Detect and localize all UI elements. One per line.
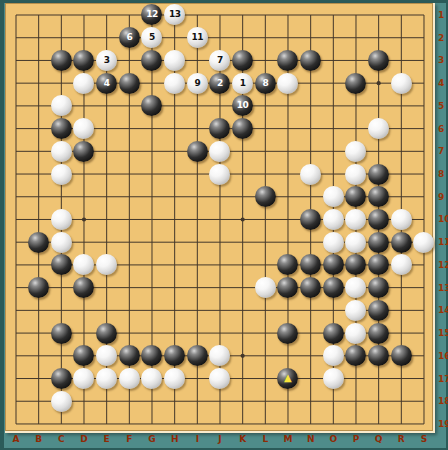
intersection[interactable] — [73, 4, 96, 27]
intersection[interactable] — [209, 185, 232, 208]
intersection[interactable] — [141, 390, 164, 413]
intersection[interactable] — [322, 276, 345, 299]
intersection[interactable] — [277, 4, 300, 27]
intersection[interactable] — [95, 322, 118, 345]
intersection[interactable] — [209, 117, 232, 140]
intersection[interactable] — [367, 299, 390, 322]
intersection[interactable] — [95, 367, 118, 390]
intersection[interactable] — [413, 322, 436, 345]
intersection[interactable] — [5, 299, 28, 322]
intersection[interactable] — [390, 140, 413, 163]
intersection[interactable] — [254, 208, 277, 231]
intersection[interactable] — [231, 367, 254, 390]
intersection[interactable] — [73, 344, 96, 367]
intersection[interactable] — [95, 163, 118, 186]
intersection[interactable] — [277, 299, 300, 322]
intersection[interactable] — [367, 276, 390, 299]
intersection[interactable] — [141, 72, 164, 95]
intersection[interactable] — [95, 299, 118, 322]
intersection[interactable] — [209, 163, 232, 186]
intersection[interactable] — [390, 276, 413, 299]
intersection[interactable] — [209, 254, 232, 277]
intersection[interactable] — [27, 413, 50, 436]
intersection[interactable] — [141, 163, 164, 186]
intersection[interactable] — [163, 254, 186, 277]
intersection[interactable] — [254, 413, 277, 436]
intersection[interactable] — [27, 299, 50, 322]
intersection[interactable] — [322, 140, 345, 163]
intersection[interactable] — [299, 163, 322, 186]
intersection[interactable] — [163, 322, 186, 345]
intersection[interactable] — [73, 26, 96, 49]
intersection[interactable] — [299, 276, 322, 299]
intersection[interactable] — [345, 49, 368, 72]
intersection[interactable] — [277, 413, 300, 436]
intersection[interactable] — [5, 413, 28, 436]
intersection[interactable] — [27, 322, 50, 345]
intersection[interactable] — [163, 26, 186, 49]
intersection[interactable] — [27, 367, 50, 390]
intersection[interactable] — [95, 413, 118, 436]
intersection[interactable] — [231, 140, 254, 163]
intersection[interactable] — [27, 390, 50, 413]
intersection[interactable] — [118, 322, 141, 345]
intersection[interactable] — [95, 231, 118, 254]
intersection[interactable] — [322, 367, 345, 390]
intersection[interactable] — [345, 208, 368, 231]
intersection[interactable] — [186, 4, 209, 27]
intersection[interactable] — [186, 390, 209, 413]
intersection[interactable] — [95, 344, 118, 367]
intersection[interactable] — [299, 140, 322, 163]
intersection[interactable] — [209, 4, 232, 27]
intersection[interactable] — [209, 390, 232, 413]
intersection[interactable] — [254, 4, 277, 27]
intersection[interactable] — [50, 344, 73, 367]
intersection[interactable] — [231, 49, 254, 72]
intersection[interactable] — [413, 390, 436, 413]
intersection[interactable] — [367, 72, 390, 95]
intersection[interactable] — [299, 185, 322, 208]
intersection[interactable] — [95, 390, 118, 413]
intersection[interactable] — [209, 140, 232, 163]
intersection[interactable] — [5, 140, 28, 163]
intersection[interactable] — [322, 163, 345, 186]
intersection[interactable] — [367, 140, 390, 163]
intersection[interactable] — [322, 72, 345, 95]
intersection[interactable] — [186, 117, 209, 140]
intersection[interactable] — [186, 163, 209, 186]
intersection[interactable] — [413, 231, 436, 254]
intersection[interactable]: 2 — [209, 72, 232, 95]
intersection[interactable] — [27, 185, 50, 208]
intersection[interactable] — [27, 140, 50, 163]
intersection[interactable] — [367, 344, 390, 367]
intersection[interactable] — [413, 49, 436, 72]
intersection[interactable]: 13 — [163, 4, 186, 27]
intersection[interactable]: 1 — [231, 72, 254, 95]
intersection[interactable] — [163, 208, 186, 231]
intersection[interactable] — [413, 208, 436, 231]
intersection[interactable] — [299, 49, 322, 72]
intersection[interactable] — [299, 4, 322, 27]
intersection[interactable] — [345, 367, 368, 390]
intersection[interactable] — [118, 208, 141, 231]
intersection[interactable] — [186, 299, 209, 322]
intersection[interactable] — [390, 26, 413, 49]
intersection[interactable] — [254, 163, 277, 186]
intersection[interactable] — [5, 185, 28, 208]
intersection[interactable] — [95, 276, 118, 299]
intersection[interactable] — [73, 72, 96, 95]
intersection[interactable] — [299, 26, 322, 49]
intersection[interactable] — [413, 299, 436, 322]
intersection[interactable] — [163, 367, 186, 390]
intersection[interactable] — [186, 185, 209, 208]
intersection[interactable] — [413, 117, 436, 140]
intersection[interactable] — [95, 185, 118, 208]
intersection[interactable] — [413, 26, 436, 49]
intersection[interactable] — [231, 4, 254, 27]
intersection[interactable] — [390, 117, 413, 140]
intersection[interactable] — [27, 231, 50, 254]
intersection[interactable] — [390, 185, 413, 208]
intersection[interactable] — [231, 390, 254, 413]
intersection[interactable] — [390, 208, 413, 231]
intersection[interactable] — [322, 95, 345, 118]
intersection[interactable] — [254, 276, 277, 299]
intersection[interactable] — [322, 299, 345, 322]
intersection[interactable] — [73, 185, 96, 208]
intersection[interactable] — [254, 185, 277, 208]
intersection[interactable] — [141, 344, 164, 367]
intersection[interactable] — [209, 231, 232, 254]
intersection[interactable] — [277, 72, 300, 95]
intersection[interactable] — [231, 163, 254, 186]
intersection[interactable] — [367, 413, 390, 436]
intersection[interactable] — [163, 231, 186, 254]
intersection[interactable] — [5, 49, 28, 72]
intersection[interactable] — [254, 299, 277, 322]
intersection[interactable] — [231, 322, 254, 345]
intersection[interactable]: 12 — [141, 4, 164, 27]
intersection[interactable] — [413, 4, 436, 27]
intersection[interactable] — [345, 231, 368, 254]
intersection[interactable] — [5, 276, 28, 299]
intersection[interactable] — [322, 322, 345, 345]
intersection[interactable] — [118, 299, 141, 322]
intersection[interactable] — [254, 140, 277, 163]
intersection[interactable] — [367, 231, 390, 254]
intersection[interactable] — [163, 344, 186, 367]
intersection[interactable] — [367, 26, 390, 49]
intersection[interactable] — [186, 140, 209, 163]
intersection[interactable] — [163, 163, 186, 186]
intersection[interactable] — [5, 117, 28, 140]
intersection[interactable] — [209, 367, 232, 390]
intersection[interactable] — [163, 413, 186, 436]
intersection[interactable] — [163, 117, 186, 140]
intersection[interactable] — [231, 26, 254, 49]
intersection[interactable] — [413, 185, 436, 208]
intersection[interactable] — [277, 322, 300, 345]
intersection[interactable] — [73, 231, 96, 254]
intersection[interactable] — [390, 322, 413, 345]
intersection[interactable] — [186, 208, 209, 231]
intersection[interactable] — [413, 254, 436, 277]
intersection[interactable] — [163, 276, 186, 299]
intersection[interactable] — [390, 231, 413, 254]
intersection[interactable] — [141, 299, 164, 322]
intersection[interactable] — [413, 276, 436, 299]
intersection[interactable] — [163, 140, 186, 163]
intersection[interactable] — [186, 322, 209, 345]
intersection[interactable] — [367, 117, 390, 140]
intersection[interactable] — [50, 4, 73, 27]
intersection[interactable] — [254, 367, 277, 390]
intersection[interactable] — [231, 231, 254, 254]
intersection[interactable] — [231, 276, 254, 299]
intersection[interactable] — [367, 322, 390, 345]
intersection[interactable] — [163, 95, 186, 118]
intersection[interactable] — [50, 254, 73, 277]
intersection[interactable] — [118, 254, 141, 277]
intersection[interactable] — [73, 322, 96, 345]
intersection[interactable] — [95, 117, 118, 140]
intersection[interactable] — [413, 163, 436, 186]
intersection[interactable] — [27, 95, 50, 118]
intersection[interactable] — [277, 185, 300, 208]
intersection[interactable] — [413, 367, 436, 390]
intersection[interactable] — [254, 49, 277, 72]
intersection[interactable] — [186, 49, 209, 72]
intersection[interactable] — [413, 344, 436, 367]
intersection[interactable] — [322, 4, 345, 27]
intersection[interactable] — [73, 208, 96, 231]
intersection[interactable] — [254, 322, 277, 345]
intersection[interactable] — [390, 72, 413, 95]
intersection[interactable] — [322, 254, 345, 277]
intersection[interactable] — [231, 299, 254, 322]
intersection[interactable] — [231, 344, 254, 367]
intersection[interactable] — [413, 140, 436, 163]
intersection[interactable] — [345, 344, 368, 367]
intersection[interactable] — [345, 117, 368, 140]
intersection[interactable] — [27, 254, 50, 277]
intersection[interactable] — [95, 95, 118, 118]
intersection[interactable] — [118, 49, 141, 72]
intersection[interactable] — [50, 95, 73, 118]
intersection[interactable] — [209, 299, 232, 322]
intersection[interactable] — [141, 95, 164, 118]
intersection[interactable] — [27, 72, 50, 95]
intersection[interactable] — [345, 390, 368, 413]
intersection[interactable] — [5, 390, 28, 413]
intersection[interactable]: 11 — [186, 26, 209, 49]
intersection[interactable] — [209, 413, 232, 436]
intersection[interactable] — [27, 276, 50, 299]
intersection[interactable] — [50, 72, 73, 95]
intersection[interactable] — [299, 231, 322, 254]
intersection[interactable] — [299, 254, 322, 277]
intersection[interactable] — [345, 4, 368, 27]
intersection[interactable]: 7 — [209, 49, 232, 72]
intersection[interactable] — [186, 276, 209, 299]
intersection[interactable] — [118, 163, 141, 186]
intersection[interactable] — [186, 367, 209, 390]
intersection[interactable]: 4 — [95, 72, 118, 95]
intersection[interactable] — [345, 276, 368, 299]
intersection[interactable] — [5, 322, 28, 345]
intersection[interactable] — [141, 140, 164, 163]
intersection[interactable] — [254, 26, 277, 49]
intersection[interactable] — [95, 26, 118, 49]
intersection[interactable] — [73, 254, 96, 277]
intersection[interactable] — [254, 344, 277, 367]
intersection[interactable] — [50, 390, 73, 413]
intersection[interactable] — [322, 413, 345, 436]
intersection[interactable] — [50, 185, 73, 208]
intersection[interactable] — [73, 367, 96, 390]
intersection[interactable] — [73, 95, 96, 118]
intersection[interactable] — [50, 231, 73, 254]
intersection[interactable] — [5, 4, 28, 27]
intersection[interactable] — [322, 26, 345, 49]
intersection[interactable]: 9 — [186, 72, 209, 95]
intersection[interactable] — [141, 117, 164, 140]
intersection[interactable] — [5, 26, 28, 49]
intersection[interactable] — [390, 299, 413, 322]
intersection[interactable] — [277, 49, 300, 72]
intersection[interactable] — [277, 117, 300, 140]
intersection[interactable] — [163, 299, 186, 322]
intersection[interactable] — [50, 413, 73, 436]
intersection[interactable] — [118, 231, 141, 254]
intersection[interactable] — [163, 49, 186, 72]
intersection[interactable] — [299, 413, 322, 436]
intersection[interactable] — [186, 344, 209, 367]
intersection[interactable] — [50, 49, 73, 72]
intersection[interactable] — [141, 208, 164, 231]
intersection[interactable] — [345, 254, 368, 277]
intersection[interactable] — [50, 208, 73, 231]
intersection[interactable] — [118, 4, 141, 27]
intersection[interactable] — [277, 26, 300, 49]
intersection[interactable] — [141, 276, 164, 299]
intersection[interactable] — [413, 95, 436, 118]
intersection[interactable] — [95, 4, 118, 27]
intersection[interactable] — [118, 185, 141, 208]
intersection[interactable] — [277, 140, 300, 163]
intersection[interactable] — [27, 4, 50, 27]
intersection[interactable] — [390, 4, 413, 27]
intersection[interactable] — [118, 367, 141, 390]
intersection[interactable] — [118, 276, 141, 299]
intersection[interactable] — [5, 208, 28, 231]
intersection[interactable] — [345, 163, 368, 186]
intersection[interactable] — [141, 49, 164, 72]
intersection[interactable]: 10 — [231, 95, 254, 118]
intersection[interactable] — [231, 254, 254, 277]
intersection[interactable] — [299, 95, 322, 118]
intersection[interactable] — [299, 390, 322, 413]
intersection[interactable] — [345, 299, 368, 322]
intersection[interactable] — [50, 163, 73, 186]
intersection[interactable]: 6 — [118, 26, 141, 49]
intersection[interactable] — [27, 208, 50, 231]
intersection[interactable] — [73, 276, 96, 299]
intersection[interactable] — [209, 26, 232, 49]
intersection[interactable] — [141, 254, 164, 277]
intersection[interactable] — [50, 299, 73, 322]
intersection[interactable] — [390, 413, 413, 436]
intersection[interactable] — [345, 322, 368, 345]
intersection[interactable] — [277, 95, 300, 118]
intersection[interactable] — [141, 231, 164, 254]
intersection[interactable] — [277, 344, 300, 367]
intersection[interactable] — [390, 95, 413, 118]
intersection[interactable] — [322, 231, 345, 254]
intersection[interactable] — [277, 390, 300, 413]
intersection[interactable] — [5, 163, 28, 186]
intersection[interactable] — [413, 413, 436, 436]
intersection[interactable] — [367, 390, 390, 413]
intersection[interactable] — [367, 95, 390, 118]
intersection[interactable] — [141, 367, 164, 390]
intersection[interactable] — [5, 95, 28, 118]
intersection[interactable] — [118, 413, 141, 436]
intersection[interactable] — [27, 117, 50, 140]
intersection[interactable] — [231, 117, 254, 140]
intersection[interactable] — [73, 49, 96, 72]
intersection[interactable] — [390, 367, 413, 390]
intersection[interactable] — [141, 185, 164, 208]
intersection[interactable] — [163, 390, 186, 413]
intersection[interactable] — [163, 72, 186, 95]
intersection[interactable] — [231, 413, 254, 436]
intersection[interactable] — [345, 185, 368, 208]
intersection[interactable] — [367, 185, 390, 208]
intersection[interactable] — [322, 208, 345, 231]
intersection[interactable] — [254, 254, 277, 277]
intersection[interactable] — [322, 344, 345, 367]
intersection[interactable] — [322, 390, 345, 413]
intersection[interactable] — [118, 72, 141, 95]
intersection[interactable] — [390, 390, 413, 413]
intersection[interactable] — [254, 231, 277, 254]
intersection[interactable] — [186, 231, 209, 254]
intersection[interactable] — [254, 390, 277, 413]
intersection[interactable] — [390, 49, 413, 72]
intersection[interactable] — [209, 95, 232, 118]
intersection[interactable] — [163, 185, 186, 208]
intersection[interactable]: 3 — [95, 49, 118, 72]
intersection[interactable] — [209, 322, 232, 345]
intersection[interactable] — [277, 276, 300, 299]
intersection[interactable] — [299, 344, 322, 367]
intersection[interactable] — [50, 26, 73, 49]
intersection[interactable] — [390, 163, 413, 186]
intersection[interactable] — [50, 140, 73, 163]
intersection[interactable] — [277, 163, 300, 186]
intersection[interactable] — [27, 344, 50, 367]
intersection[interactable] — [345, 95, 368, 118]
intersection[interactable] — [390, 254, 413, 277]
intersection[interactable] — [95, 140, 118, 163]
intersection[interactable] — [413, 72, 436, 95]
intersection[interactable] — [5, 344, 28, 367]
intersection[interactable] — [299, 299, 322, 322]
